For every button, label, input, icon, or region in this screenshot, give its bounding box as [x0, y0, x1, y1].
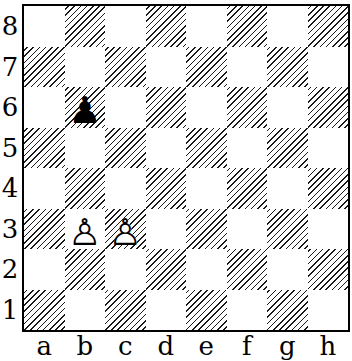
square-g5[interactable] [267, 128, 308, 169]
square-g2[interactable] [267, 249, 308, 290]
rank-label-4: 4 [0, 168, 20, 209]
square-h3[interactable] [308, 209, 349, 250]
square-e2[interactable] [186, 249, 227, 290]
square-e3[interactable] [186, 209, 227, 250]
square-d1[interactable] [146, 290, 187, 331]
square-e8[interactable] [186, 6, 227, 47]
square-a8[interactable] [24, 6, 65, 47]
square-h7[interactable] [308, 47, 349, 88]
square-b3[interactable]: ♟♙ [65, 209, 106, 250]
square-f2[interactable] [227, 249, 268, 290]
chess-board: ♟♟♙♟♙ [22, 4, 350, 332]
white-pawn-fill-c3: ♟ [109, 213, 142, 250]
white-pawn-fill-b3: ♟ [68, 213, 101, 250]
file-labels: a b c d e f g h [24, 332, 348, 360]
square-b6[interactable]: ♟ [65, 87, 106, 128]
rank-label-5: 5 [0, 128, 20, 169]
file-label-e: e [186, 332, 227, 360]
file-label-h: h [308, 332, 349, 360]
square-b1[interactable] [65, 290, 106, 331]
square-g4[interactable] [267, 168, 308, 209]
square-h5[interactable] [308, 128, 349, 169]
rank-label-3: 3 [0, 209, 20, 250]
square-f8[interactable] [227, 6, 268, 47]
square-d6[interactable] [146, 87, 187, 128]
rank-label-2: 2 [0, 249, 20, 290]
black-pawn-b6[interactable]: ♟ [68, 92, 101, 129]
rank-label-1: 1 [0, 290, 20, 331]
square-h1[interactable] [308, 290, 349, 331]
file-label-a: a [24, 332, 65, 360]
square-e5[interactable] [186, 128, 227, 169]
square-f5[interactable] [227, 128, 268, 169]
square-d3[interactable] [146, 209, 187, 250]
square-c8[interactable] [105, 6, 146, 47]
chess-diagram: 8 7 6 5 4 3 2 1 ♟♟♙♟♙ a b c d e f g h [0, 0, 352, 361]
square-d2[interactable] [146, 249, 187, 290]
square-c2[interactable] [105, 249, 146, 290]
square-a6[interactable] [24, 87, 65, 128]
rank-label-6: 6 [0, 87, 20, 128]
square-d5[interactable] [146, 128, 187, 169]
square-b7[interactable] [65, 47, 106, 88]
square-a7[interactable] [24, 47, 65, 88]
square-e7[interactable] [186, 47, 227, 88]
square-f7[interactable] [227, 47, 268, 88]
square-d4[interactable] [146, 168, 187, 209]
file-label-d: d [146, 332, 187, 360]
square-g3[interactable] [267, 209, 308, 250]
square-e1[interactable] [186, 290, 227, 331]
file-label-c: c [105, 332, 146, 360]
square-h6[interactable] [308, 87, 349, 128]
square-e4[interactable] [186, 168, 227, 209]
square-c4[interactable] [105, 168, 146, 209]
white-pawn-c3[interactable]: ♙ [109, 213, 142, 250]
square-b8[interactable] [65, 6, 106, 47]
square-b5[interactable] [65, 128, 106, 169]
square-g7[interactable] [267, 47, 308, 88]
file-label-b: b [65, 332, 106, 360]
rank-labels: 8 7 6 5 4 3 2 1 [0, 6, 20, 330]
file-label-f: f [227, 332, 268, 360]
square-d7[interactable] [146, 47, 187, 88]
rank-label-8: 8 [0, 6, 20, 47]
white-pawn-b3[interactable]: ♙ [68, 213, 101, 250]
square-b4[interactable] [65, 168, 106, 209]
square-a1[interactable] [24, 290, 65, 331]
square-f3[interactable] [227, 209, 268, 250]
square-c3[interactable]: ♟♙ [105, 209, 146, 250]
square-c1[interactable] [105, 290, 146, 331]
square-a5[interactable] [24, 128, 65, 169]
square-b2[interactable] [65, 249, 106, 290]
square-d8[interactable] [146, 6, 187, 47]
square-c5[interactable] [105, 128, 146, 169]
square-g6[interactable] [267, 87, 308, 128]
square-f4[interactable] [227, 168, 268, 209]
file-label-g: g [267, 332, 308, 360]
square-h2[interactable] [308, 249, 349, 290]
square-a3[interactable] [24, 209, 65, 250]
square-a4[interactable] [24, 168, 65, 209]
square-c6[interactable] [105, 87, 146, 128]
square-h8[interactable] [308, 6, 349, 47]
square-f1[interactable] [227, 290, 268, 331]
rank-label-7: 7 [0, 47, 20, 88]
square-e6[interactable] [186, 87, 227, 128]
square-g8[interactable] [267, 6, 308, 47]
square-f6[interactable] [227, 87, 268, 128]
square-a2[interactable] [24, 249, 65, 290]
square-h4[interactable] [308, 168, 349, 209]
square-g1[interactable] [267, 290, 308, 331]
square-c7[interactable] [105, 47, 146, 88]
